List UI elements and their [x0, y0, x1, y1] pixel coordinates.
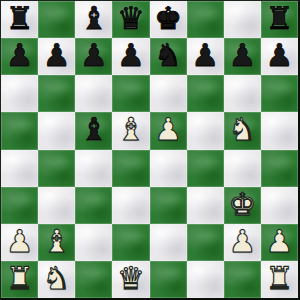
- piece-white-pawn[interactable]: ♟: [266, 226, 294, 257]
- piece-black-pawn[interactable]: ♟: [266, 40, 294, 71]
- square-a8[interactable]: ♜: [1, 1, 38, 38]
- square-d5[interactable]: ♝: [112, 112, 149, 149]
- square-e4[interactable]: [150, 150, 187, 187]
- square-d2[interactable]: [112, 224, 149, 261]
- square-h4[interactable]: [261, 150, 298, 187]
- square-e1[interactable]: [150, 261, 187, 298]
- piece-white-pawn[interactable]: ♟: [228, 226, 256, 257]
- square-e5[interactable]: ♟: [150, 112, 187, 149]
- square-d6[interactable]: [112, 75, 149, 112]
- square-d1[interactable]: ♛: [112, 261, 149, 298]
- square-f8[interactable]: [187, 1, 224, 38]
- square-a2[interactable]: ♟: [1, 224, 38, 261]
- square-f1[interactable]: [187, 261, 224, 298]
- piece-black-bishop[interactable]: ♝: [80, 3, 108, 34]
- piece-white-bishop[interactable]: ♝: [43, 226, 71, 257]
- square-h5[interactable]: [261, 112, 298, 149]
- square-h7[interactable]: ♟: [261, 38, 298, 75]
- square-g5[interactable]: ♞: [224, 112, 261, 149]
- square-b7[interactable]: ♟: [38, 38, 75, 75]
- square-d8[interactable]: ♛: [112, 1, 149, 38]
- piece-black-pawn[interactable]: ♟: [228, 40, 256, 71]
- square-c7[interactable]: ♟: [75, 38, 112, 75]
- piece-white-king[interactable]: ♚: [228, 189, 256, 220]
- square-d7[interactable]: ♟: [112, 38, 149, 75]
- piece-black-king[interactable]: ♚: [154, 3, 182, 34]
- square-h6[interactable]: [261, 75, 298, 112]
- square-g2[interactable]: ♟: [224, 224, 261, 261]
- piece-black-pawn[interactable]: ♟: [80, 40, 108, 71]
- piece-white-knight[interactable]: ♞: [228, 114, 256, 145]
- square-a5[interactable]: [1, 112, 38, 149]
- square-e7[interactable]: ♞: [150, 38, 187, 75]
- square-a6[interactable]: [1, 75, 38, 112]
- square-b2[interactable]: ♝: [38, 224, 75, 261]
- piece-black-queen[interactable]: ♛: [117, 3, 145, 34]
- square-h1[interactable]: ♜: [261, 261, 298, 298]
- piece-black-pawn[interactable]: ♟: [43, 40, 71, 71]
- piece-white-knight[interactable]: ♞: [43, 263, 71, 294]
- piece-black-pawn[interactable]: ♟: [6, 40, 34, 71]
- square-g7[interactable]: ♟: [224, 38, 261, 75]
- piece-white-pawn[interactable]: ♟: [154, 114, 182, 145]
- square-b5[interactable]: [38, 112, 75, 149]
- piece-black-knight[interactable]: ♞: [154, 40, 182, 71]
- square-c2[interactable]: [75, 224, 112, 261]
- square-b8[interactable]: [38, 1, 75, 38]
- square-b1[interactable]: ♞: [38, 261, 75, 298]
- square-d3[interactable]: [112, 187, 149, 224]
- piece-black-pawn[interactable]: ♟: [191, 40, 219, 71]
- square-e6[interactable]: [150, 75, 187, 112]
- square-c5[interactable]: ♝: [75, 112, 112, 149]
- square-c6[interactable]: [75, 75, 112, 112]
- piece-black-rook[interactable]: ♜: [6, 3, 34, 34]
- square-c8[interactable]: ♝: [75, 1, 112, 38]
- square-g1[interactable]: [224, 261, 261, 298]
- square-c3[interactable]: [75, 187, 112, 224]
- square-f3[interactable]: [187, 187, 224, 224]
- square-b4[interactable]: [38, 150, 75, 187]
- square-e3[interactable]: [150, 187, 187, 224]
- square-e2[interactable]: [150, 224, 187, 261]
- square-h2[interactable]: ♟: [261, 224, 298, 261]
- piece-white-pawn[interactable]: ♟: [6, 226, 34, 257]
- square-f4[interactable]: [187, 150, 224, 187]
- square-d4[interactable]: [112, 150, 149, 187]
- square-g4[interactable]: [224, 150, 261, 187]
- square-b6[interactable]: [38, 75, 75, 112]
- piece-black-rook[interactable]: ♜: [266, 3, 294, 34]
- square-b3[interactable]: [38, 187, 75, 224]
- square-f7[interactable]: ♟: [187, 38, 224, 75]
- square-c1[interactable]: [75, 261, 112, 298]
- chess-board: ♜♝♛♚♜♟♟♟♟♞♟♟♟♝♝♟♞♚♟♝♟♟♜♞♛♜: [1, 1, 298, 298]
- square-e8[interactable]: ♚: [150, 1, 187, 38]
- piece-white-rook[interactable]: ♜: [266, 263, 294, 294]
- square-f6[interactable]: [187, 75, 224, 112]
- square-g8[interactable]: [224, 1, 261, 38]
- square-g3[interactable]: ♚: [224, 187, 261, 224]
- square-f2[interactable]: [187, 224, 224, 261]
- chess-board-frame: ♜♝♛♚♜♟♟♟♟♞♟♟♟♝♝♟♞♚♟♝♟♟♜♞♛♜: [0, 0, 300, 300]
- square-g6[interactable]: [224, 75, 261, 112]
- piece-black-pawn[interactable]: ♟: [117, 40, 145, 71]
- square-a4[interactable]: [1, 150, 38, 187]
- square-f5[interactable]: [187, 112, 224, 149]
- square-c4[interactable]: [75, 150, 112, 187]
- piece-white-rook[interactable]: ♜: [6, 263, 34, 294]
- square-a7[interactable]: ♟: [1, 38, 38, 75]
- piece-white-queen[interactable]: ♛: [117, 263, 145, 294]
- square-h8[interactable]: ♜: [261, 1, 298, 38]
- square-h3[interactable]: [261, 187, 298, 224]
- piece-black-bishop[interactable]: ♝: [80, 114, 108, 145]
- square-a3[interactable]: [1, 187, 38, 224]
- piece-white-bishop[interactable]: ♝: [117, 114, 145, 145]
- square-a1[interactable]: ♜: [1, 261, 38, 298]
